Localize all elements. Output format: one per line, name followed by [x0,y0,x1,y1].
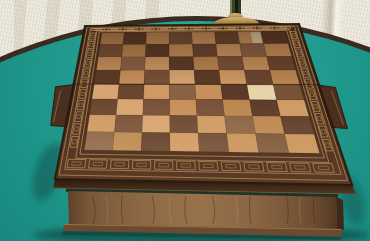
field-shine [84,31,319,153]
chessboard-box [0,0,370,241]
scene [0,0,370,241]
fold-seam [74,84,319,85]
box-base [62,188,344,240]
